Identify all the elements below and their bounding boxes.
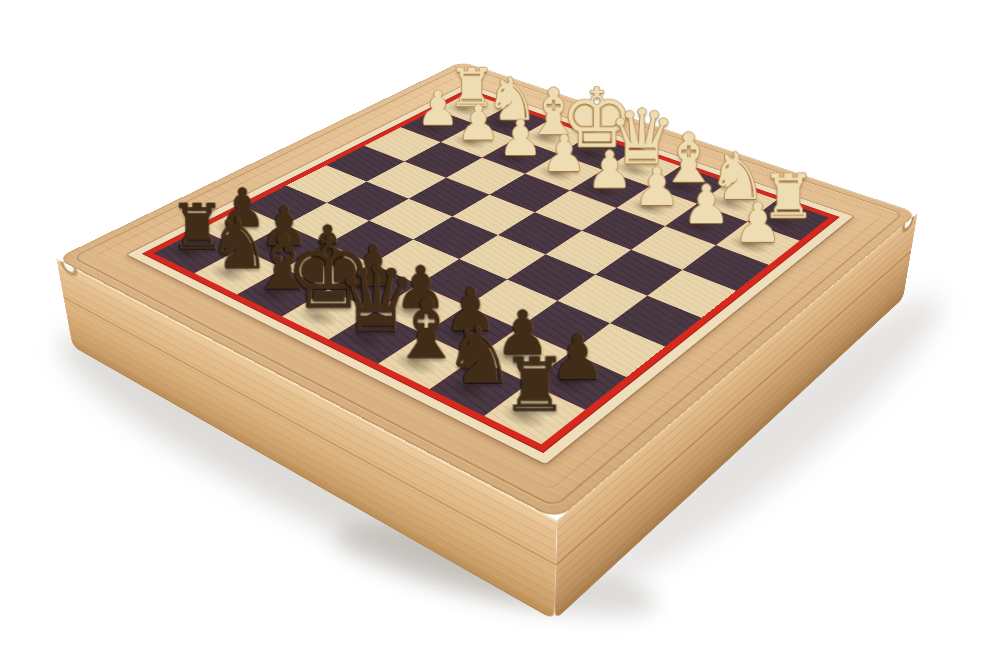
chess-set-product-photo: ♜♞♝♚♛♝♞♜♟♟♟♟♟♟♟♟♟♟♟♟♟♟♟♟♜♞♝♚♛♝♞♜ bbox=[0, 0, 999, 649]
photo-scene: ♜♞♝♚♛♝♞♜♟♟♟♟♟♟♟♟♟♟♟♟♟♟♟♟♜♞♝♚♛♝♞♜ bbox=[0, 0, 999, 649]
black-rook: ♜ bbox=[451, 348, 619, 422]
finger-notch-left bbox=[58, 256, 80, 281]
box-lid-top: ♜♞♝♚♛♝♞♜♟♟♟♟♟♟♟♟♟♟♟♟♟♟♟♟♜♞♝♚♛♝♞♜ bbox=[56, 61, 917, 520]
finger-notch-right bbox=[900, 212, 916, 238]
square-a8: ♜ bbox=[484, 383, 585, 444]
square-a4 bbox=[647, 270, 736, 318]
